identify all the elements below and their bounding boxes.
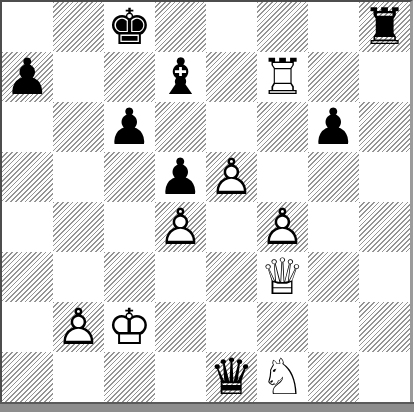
white-pawn-glyph: ♙ [257,202,308,252]
square-b2[interactable]: ♟♙ [53,302,104,352]
black-rook[interactable]: ♜ [359,2,410,52]
square-a5[interactable] [2,152,53,202]
square-e1[interactable]: ♛ [206,352,257,402]
square-c7[interactable] [104,52,155,102]
square-d4[interactable]: ♟♙ [155,202,206,252]
square-h6[interactable] [359,102,410,152]
square-c2[interactable]: ♚♔ [104,302,155,352]
square-f1[interactable]: ♞♘ [257,352,308,402]
black-king[interactable]: ♚ [104,2,155,52]
chess-board: ♚♜♟♝♜♖♟♟♟♟♙♟♙♟♙♛♕♟♙♚♔♛♞♘ [2,2,410,402]
black-pawn-glyph: ♟ [104,102,155,152]
white-king[interactable]: ♚♔ [104,302,155,352]
square-e3[interactable] [206,252,257,302]
white-rook-glyph: ♖ [257,52,308,102]
square-h2[interactable] [359,302,410,352]
square-g7[interactable] [308,52,359,102]
square-e7[interactable] [206,52,257,102]
square-d3[interactable] [155,252,206,302]
square-f8[interactable] [257,2,308,52]
square-a1[interactable] [2,352,53,402]
square-a4[interactable] [2,202,53,252]
square-g1[interactable] [308,352,359,402]
white-pawn[interactable]: ♟♙ [257,202,308,252]
square-b6[interactable] [53,102,104,152]
square-g2[interactable] [308,302,359,352]
square-f2[interactable] [257,302,308,352]
square-b7[interactable] [53,52,104,102]
bottom-border-bar [0,402,414,412]
square-d2[interactable] [155,302,206,352]
black-pawn[interactable]: ♟ [104,102,155,152]
square-c1[interactable] [104,352,155,402]
square-f7[interactable]: ♜♖ [257,52,308,102]
black-bishop-glyph: ♝ [155,52,206,102]
square-b5[interactable] [53,152,104,202]
white-knight-glyph: ♘ [257,352,308,402]
black-king-glyph: ♚ [104,2,155,52]
black-queen-glyph: ♛ [206,352,257,402]
square-c5[interactable] [104,152,155,202]
square-a6[interactable] [2,102,53,152]
square-b1[interactable] [53,352,104,402]
black-pawn[interactable]: ♟ [308,102,359,152]
white-knight[interactable]: ♞♘ [257,352,308,402]
square-h7[interactable] [359,52,410,102]
square-g4[interactable] [308,202,359,252]
square-d8[interactable] [155,2,206,52]
square-a2[interactable] [2,302,53,352]
board-frame: ♚♜♟♝♜♖♟♟♟♟♙♟♙♟♙♛♕♟♙♚♔♛♞♘ [0,0,413,402]
square-c4[interactable] [104,202,155,252]
square-h4[interactable] [359,202,410,252]
square-d1[interactable] [155,352,206,402]
white-pawn[interactable]: ♟♙ [155,202,206,252]
square-a8[interactable] [2,2,53,52]
chess-diagram: ♚♜♟♝♜♖♟♟♟♟♙♟♙♟♙♛♕♟♙♚♔♛♞♘ [0,0,414,414]
white-pawn-glyph: ♙ [155,202,206,252]
black-pawn[interactable]: ♟ [155,152,206,202]
square-b4[interactable] [53,202,104,252]
square-h8[interactable]: ♜ [359,2,410,52]
black-pawn-glyph: ♟ [308,102,359,152]
square-e2[interactable] [206,302,257,352]
square-c8[interactable]: ♚ [104,2,155,52]
white-pawn[interactable]: ♟♙ [206,152,257,202]
square-f5[interactable] [257,152,308,202]
square-b3[interactable] [53,252,104,302]
square-g5[interactable] [308,152,359,202]
black-queen[interactable]: ♛ [206,352,257,402]
black-pawn-glyph: ♟ [2,52,53,102]
square-f4[interactable]: ♟♙ [257,202,308,252]
square-a3[interactable] [2,252,53,302]
square-d6[interactable] [155,102,206,152]
square-g3[interactable] [308,252,359,302]
square-f6[interactable] [257,102,308,152]
white-pawn-glyph: ♙ [206,152,257,202]
black-pawn[interactable]: ♟ [2,52,53,102]
white-queen[interactable]: ♛♕ [257,252,308,302]
black-bishop[interactable]: ♝ [155,52,206,102]
square-h1[interactable] [359,352,410,402]
square-d5[interactable]: ♟ [155,152,206,202]
square-h5[interactable] [359,152,410,202]
square-e6[interactable] [206,102,257,152]
white-queen-glyph: ♕ [257,252,308,302]
white-pawn[interactable]: ♟♙ [53,302,104,352]
square-e8[interactable] [206,2,257,52]
white-rook[interactable]: ♜♖ [257,52,308,102]
square-e5[interactable]: ♟♙ [206,152,257,202]
square-a7[interactable]: ♟ [2,52,53,102]
square-f3[interactable]: ♛♕ [257,252,308,302]
square-b8[interactable] [53,2,104,52]
white-pawn-glyph: ♙ [53,302,104,352]
white-king-glyph: ♔ [104,302,155,352]
black-rook-glyph: ♜ [359,2,410,52]
square-h3[interactable] [359,252,410,302]
square-g6[interactable]: ♟ [308,102,359,152]
square-c6[interactable]: ♟ [104,102,155,152]
square-d7[interactable]: ♝ [155,52,206,102]
square-c3[interactable] [104,252,155,302]
black-pawn-glyph: ♟ [155,152,206,202]
square-g8[interactable] [308,2,359,52]
square-e4[interactable] [206,202,257,252]
